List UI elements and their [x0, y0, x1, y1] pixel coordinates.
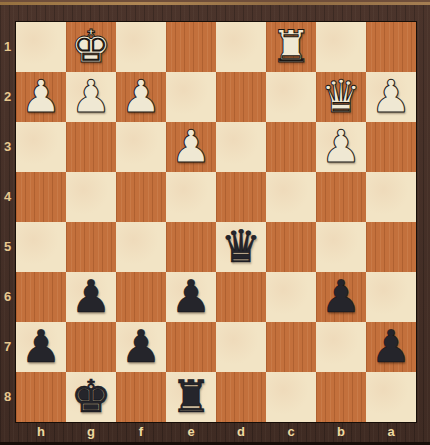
square-e1[interactable] — [166, 22, 216, 72]
square-g7[interactable] — [66, 322, 116, 372]
square-g2[interactable]: ♟ — [66, 72, 116, 122]
square-d2[interactable] — [216, 72, 266, 122]
square-h7[interactable]: ♟ — [16, 322, 66, 372]
square-f3[interactable] — [116, 122, 166, 172]
file-label-f: f — [116, 422, 166, 442]
chess-board-frame: ♚♜♟♟♟♛♟♟♟♛♟♟♟♟♟♟♚♜ 12345678 hgfedcba — [0, 0, 430, 445]
file-label-h: h — [16, 422, 66, 442]
rank-label-7: 7 — [0, 322, 15, 372]
square-c6[interactable] — [266, 272, 316, 322]
square-g8[interactable]: ♚ — [66, 372, 116, 422]
square-c2[interactable] — [266, 72, 316, 122]
square-g1[interactable]: ♚ — [66, 22, 116, 72]
square-h3[interactable] — [16, 122, 66, 172]
square-f8[interactable] — [116, 372, 166, 422]
square-h1[interactable] — [16, 22, 66, 72]
square-h4[interactable] — [16, 172, 66, 222]
black-pawn-icon[interactable]: ♟ — [71, 272, 111, 322]
square-g6[interactable]: ♟ — [66, 272, 116, 322]
square-d5[interactable]: ♛ — [216, 222, 266, 272]
frame-top-accent-line — [0, 2, 430, 5]
black-pawn-icon[interactable]: ♟ — [171, 272, 211, 322]
square-b2[interactable]: ♛ — [316, 72, 366, 122]
square-f7[interactable]: ♟ — [116, 322, 166, 372]
square-b4[interactable] — [316, 172, 366, 222]
square-b3[interactable]: ♟ — [316, 122, 366, 172]
square-a5[interactable] — [366, 222, 416, 272]
file-label-e: e — [166, 422, 216, 442]
white-pawn-icon[interactable]: ♟ — [121, 72, 161, 122]
square-b7[interactable] — [316, 322, 366, 372]
square-e3[interactable]: ♟ — [166, 122, 216, 172]
square-a2[interactable]: ♟ — [366, 72, 416, 122]
square-e6[interactable]: ♟ — [166, 272, 216, 322]
square-e5[interactable] — [166, 222, 216, 272]
file-label-g: g — [66, 422, 116, 442]
rank-label-5: 5 — [0, 222, 15, 272]
square-a4[interactable] — [366, 172, 416, 222]
file-label-b: b — [316, 422, 366, 442]
chess-board: ♚♜♟♟♟♛♟♟♟♛♟♟♟♟♟♟♚♜ — [16, 22, 416, 422]
white-pawn-icon[interactable]: ♟ — [371, 72, 411, 122]
square-d1[interactable] — [216, 22, 266, 72]
square-f4[interactable] — [116, 172, 166, 222]
square-c3[interactable] — [266, 122, 316, 172]
black-pawn-icon[interactable]: ♟ — [21, 322, 61, 372]
square-e4[interactable] — [166, 172, 216, 222]
file-label-c: c — [266, 422, 316, 442]
square-b1[interactable] — [316, 22, 366, 72]
black-rook-icon[interactable]: ♜ — [171, 372, 211, 422]
square-d4[interactable] — [216, 172, 266, 222]
square-d8[interactable] — [216, 372, 266, 422]
square-e2[interactable] — [166, 72, 216, 122]
square-f1[interactable] — [116, 22, 166, 72]
rank-label-4: 4 — [0, 172, 15, 222]
white-rook-icon[interactable]: ♜ — [271, 22, 311, 72]
black-pawn-icon[interactable]: ♟ — [371, 322, 411, 372]
square-a8[interactable] — [366, 372, 416, 422]
black-king-icon[interactable]: ♚ — [71, 372, 111, 422]
rank-label-6: 6 — [0, 272, 15, 322]
square-b5[interactable] — [316, 222, 366, 272]
square-c7[interactable] — [266, 322, 316, 372]
square-c1[interactable]: ♜ — [266, 22, 316, 72]
square-f6[interactable] — [116, 272, 166, 322]
square-a7[interactable]: ♟ — [366, 322, 416, 372]
white-pawn-icon[interactable]: ♟ — [21, 72, 61, 122]
rank-label-2: 2 — [0, 72, 15, 122]
square-a1[interactable] — [366, 22, 416, 72]
square-c8[interactable] — [266, 372, 316, 422]
square-h2[interactable]: ♟ — [16, 72, 66, 122]
rank-label-1: 1 — [0, 22, 15, 72]
square-e7[interactable] — [166, 322, 216, 372]
white-pawn-icon[interactable]: ♟ — [321, 122, 361, 172]
black-queen-icon[interactable]: ♛ — [221, 222, 261, 272]
square-e8[interactable]: ♜ — [166, 372, 216, 422]
file-label-a: a — [366, 422, 416, 442]
square-a3[interactable] — [366, 122, 416, 172]
square-a6[interactable] — [366, 272, 416, 322]
square-h6[interactable] — [16, 272, 66, 322]
white-queen-icon[interactable]: ♛ — [321, 72, 361, 122]
white-king-icon[interactable]: ♚ — [71, 22, 111, 72]
square-h8[interactable] — [16, 372, 66, 422]
square-c5[interactable] — [266, 222, 316, 272]
file-label-d: d — [216, 422, 266, 442]
square-g5[interactable] — [66, 222, 116, 272]
square-d6[interactable] — [216, 272, 266, 322]
square-g3[interactable] — [66, 122, 116, 172]
square-h5[interactable] — [16, 222, 66, 272]
square-d3[interactable] — [216, 122, 266, 172]
black-pawn-icon[interactable]: ♟ — [321, 272, 361, 322]
square-d7[interactable] — [216, 322, 266, 372]
square-f2[interactable]: ♟ — [116, 72, 166, 122]
square-b8[interactable] — [316, 372, 366, 422]
rank-label-8: 8 — [0, 372, 15, 422]
white-pawn-icon[interactable]: ♟ — [71, 72, 111, 122]
square-c4[interactable] — [266, 172, 316, 222]
rank-label-3: 3 — [0, 122, 15, 172]
white-pawn-icon[interactable]: ♟ — [171, 122, 211, 172]
square-g4[interactable] — [66, 172, 116, 222]
square-b6[interactable]: ♟ — [316, 272, 366, 322]
square-f5[interactable] — [116, 222, 166, 272]
black-pawn-icon[interactable]: ♟ — [121, 322, 161, 372]
